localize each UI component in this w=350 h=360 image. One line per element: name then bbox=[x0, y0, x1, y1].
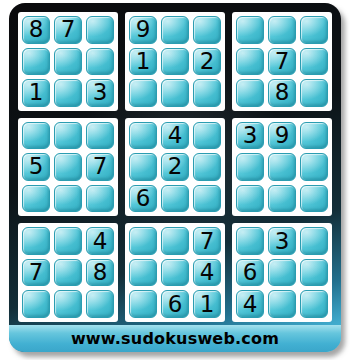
cell-r5c5[interactable]: 2 bbox=[161, 153, 189, 181]
box-6: 39 bbox=[232, 118, 332, 217]
cell-r3c4[interactable] bbox=[129, 79, 157, 107]
cell-r6c2[interactable] bbox=[54, 185, 82, 213]
box-1: 8713 bbox=[18, 12, 118, 111]
cell-r6c3[interactable] bbox=[86, 185, 114, 213]
cell-r5c8[interactable] bbox=[268, 153, 296, 181]
cell-r3c2[interactable] bbox=[54, 79, 82, 107]
cell-r4c1[interactable] bbox=[22, 122, 50, 150]
cell-r9c4[interactable] bbox=[129, 290, 157, 318]
cell-r9c9[interactable] bbox=[300, 290, 328, 318]
box-5: 426 bbox=[125, 118, 225, 217]
cell-r5c2[interactable] bbox=[54, 153, 82, 181]
cell-r6c5[interactable] bbox=[161, 185, 189, 213]
cell-r2c6[interactable]: 2 bbox=[193, 48, 221, 76]
cell-r8c6[interactable]: 4 bbox=[193, 259, 221, 287]
cell-r8c1[interactable]: 7 bbox=[22, 259, 50, 287]
cell-r9c1[interactable] bbox=[22, 290, 50, 318]
box-7: 478 bbox=[18, 223, 118, 322]
cell-r6c9[interactable] bbox=[300, 185, 328, 213]
cell-r1c5[interactable] bbox=[161, 16, 189, 44]
sudoku-grid: 87139127857426394787461364 bbox=[18, 12, 332, 322]
cell-r2c9[interactable] bbox=[300, 48, 328, 76]
cell-r3c5[interactable] bbox=[161, 79, 189, 107]
cell-r8c5[interactable] bbox=[161, 259, 189, 287]
cell-r8c8[interactable] bbox=[268, 259, 296, 287]
cell-r6c8[interactable] bbox=[268, 185, 296, 213]
cell-r2c1[interactable] bbox=[22, 48, 50, 76]
cell-r8c2[interactable] bbox=[54, 259, 82, 287]
cell-r2c5[interactable] bbox=[161, 48, 189, 76]
cell-r4c4[interactable] bbox=[129, 122, 157, 150]
box-4: 57 bbox=[18, 118, 118, 217]
cell-r5c7[interactable] bbox=[236, 153, 264, 181]
cell-r1c7[interactable] bbox=[236, 16, 264, 44]
cell-r9c7[interactable]: 4 bbox=[236, 290, 264, 318]
cell-r3c8[interactable]: 8 bbox=[268, 79, 296, 107]
site-url[interactable]: www.sudokusweb.com bbox=[71, 329, 279, 348]
cell-r7c4[interactable] bbox=[129, 227, 157, 255]
cell-r5c6[interactable] bbox=[193, 153, 221, 181]
cell-r3c7[interactable] bbox=[236, 79, 264, 107]
cell-r1c1[interactable]: 8 bbox=[22, 16, 50, 44]
cell-r1c4[interactable]: 9 bbox=[129, 16, 157, 44]
box-9: 364 bbox=[232, 223, 332, 322]
cell-r1c6[interactable] bbox=[193, 16, 221, 44]
cell-r7c9[interactable] bbox=[300, 227, 328, 255]
cell-r2c2[interactable] bbox=[54, 48, 82, 76]
cell-r2c8[interactable]: 7 bbox=[268, 48, 296, 76]
cell-r5c4[interactable] bbox=[129, 153, 157, 181]
cell-r9c3[interactable] bbox=[86, 290, 114, 318]
cell-r8c3[interactable]: 8 bbox=[86, 259, 114, 287]
cell-r8c7[interactable]: 6 bbox=[236, 259, 264, 287]
cell-r5c9[interactable] bbox=[300, 153, 328, 181]
cell-r4c3[interactable] bbox=[86, 122, 114, 150]
cell-r3c1[interactable]: 1 bbox=[22, 79, 50, 107]
cell-r7c2[interactable] bbox=[54, 227, 82, 255]
cell-r9c5[interactable]: 6 bbox=[161, 290, 189, 318]
cell-r2c7[interactable] bbox=[236, 48, 264, 76]
cell-r4c7[interactable]: 3 bbox=[236, 122, 264, 150]
cell-r6c6[interactable] bbox=[193, 185, 221, 213]
cell-r5c1[interactable]: 5 bbox=[22, 153, 50, 181]
cell-r5c3[interactable]: 7 bbox=[86, 153, 114, 181]
cell-r6c1[interactable] bbox=[22, 185, 50, 213]
page: 87139127857426394787461364 www.sudokuswe… bbox=[0, 0, 350, 360]
cell-r9c2[interactable] bbox=[54, 290, 82, 318]
footer-bar: www.sudokusweb.com bbox=[9, 325, 341, 352]
cell-r1c9[interactable] bbox=[300, 16, 328, 44]
cell-r1c3[interactable] bbox=[86, 16, 114, 44]
cell-r6c4[interactable]: 6 bbox=[129, 185, 157, 213]
cell-r8c4[interactable] bbox=[129, 259, 157, 287]
cell-r6c7[interactable] bbox=[236, 185, 264, 213]
cell-r9c8[interactable] bbox=[268, 290, 296, 318]
cell-r2c3[interactable] bbox=[86, 48, 114, 76]
cell-r7c1[interactable] bbox=[22, 227, 50, 255]
cell-r9c6[interactable]: 1 bbox=[193, 290, 221, 318]
cell-r4c5[interactable]: 4 bbox=[161, 122, 189, 150]
cell-r8c9[interactable] bbox=[300, 259, 328, 287]
cell-r2c4[interactable]: 1 bbox=[129, 48, 157, 76]
cell-r4c8[interactable]: 9 bbox=[268, 122, 296, 150]
box-3: 78 bbox=[232, 12, 332, 111]
cell-r1c2[interactable]: 7 bbox=[54, 16, 82, 44]
cell-r7c5[interactable] bbox=[161, 227, 189, 255]
cell-r3c9[interactable] bbox=[300, 79, 328, 107]
cell-r4c6[interactable] bbox=[193, 122, 221, 150]
box-8: 7461 bbox=[125, 223, 225, 322]
cell-r7c6[interactable]: 7 bbox=[193, 227, 221, 255]
cell-r3c6[interactable] bbox=[193, 79, 221, 107]
cell-r1c8[interactable] bbox=[268, 16, 296, 44]
cell-r4c9[interactable] bbox=[300, 122, 328, 150]
board-frame: 87139127857426394787461364 www.sudokuswe… bbox=[9, 3, 341, 352]
cell-r7c7[interactable] bbox=[236, 227, 264, 255]
box-2: 912 bbox=[125, 12, 225, 111]
cell-r4c2[interactable] bbox=[54, 122, 82, 150]
cell-r7c8[interactable]: 3 bbox=[268, 227, 296, 255]
cell-r3c3[interactable]: 3 bbox=[86, 79, 114, 107]
cell-r7c3[interactable]: 4 bbox=[86, 227, 114, 255]
